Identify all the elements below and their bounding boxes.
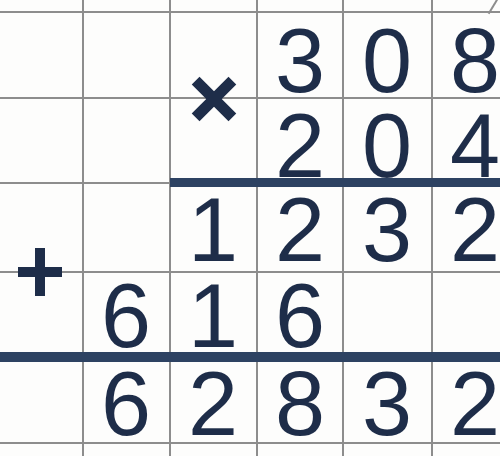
digit-cell: 3 xyxy=(362,185,412,275)
grid-line-v3 xyxy=(256,0,258,456)
grid-line-h1 xyxy=(0,11,500,13)
digit-cell: 1 xyxy=(188,185,238,275)
digit-cell: 2 xyxy=(275,185,325,275)
digit-cell: 3 xyxy=(362,359,412,449)
digit-cell: 2 xyxy=(450,359,500,449)
multiply-icon xyxy=(191,77,237,121)
grid-line-h2 xyxy=(0,97,500,99)
digit-cell: 6 xyxy=(275,271,325,361)
grid-line-h4 xyxy=(0,271,500,273)
multiplication-worksheet: 3 0 8 2 0 4 1 2 3 2 6 1 6 6 2 8 3 2 xyxy=(0,0,500,456)
digit-cell: 2 xyxy=(450,185,500,275)
digit-cell: 6 xyxy=(101,271,151,361)
addition-rule-line xyxy=(0,352,500,362)
digit-cell: 0 xyxy=(362,101,412,191)
digit-cell: 0 xyxy=(362,16,412,106)
grid-line-v2 xyxy=(169,0,171,456)
grid-line-v5 xyxy=(431,0,433,456)
grid-line-h6 xyxy=(0,442,500,444)
digit-cell: 8 xyxy=(275,359,325,449)
grid-line-v1 xyxy=(82,0,84,456)
digit-cell: 6 xyxy=(101,359,151,449)
digit-cell: 1 xyxy=(188,271,238,361)
digit-cell: 2 xyxy=(188,359,238,449)
digit-cell: 3 xyxy=(275,16,325,106)
digit-cell: 4 xyxy=(450,101,500,191)
grid-line-v4 xyxy=(342,0,344,456)
digit-cell: 2 xyxy=(275,101,325,191)
plus-icon xyxy=(17,247,63,297)
digit-cell: 8 xyxy=(450,16,500,106)
